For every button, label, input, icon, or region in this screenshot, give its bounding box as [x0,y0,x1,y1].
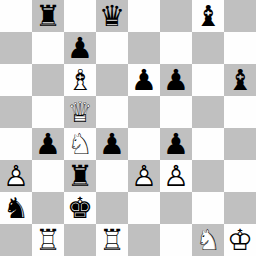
square-g8[interactable]: ♝ [192,0,224,32]
black-queen-d8: ♛ [96,0,128,32]
square-e4[interactable] [128,128,160,160]
piece-outline-glyph: ♖ [32,224,64,256]
square-e2[interactable] [128,192,160,224]
square-h3[interactable] [224,160,256,192]
black-pawn-f6: ♟ [160,64,192,96]
square-g5[interactable] [192,96,224,128]
square-f7[interactable] [160,32,192,64]
white-rook-b1: ♜♖ [32,224,64,256]
piece-outline-glyph: ♗ [64,64,96,96]
square-d8[interactable]: ♛ [96,0,128,32]
square-a8[interactable] [0,0,32,32]
square-e5[interactable] [128,96,160,128]
square-a7[interactable] [0,32,32,64]
square-f4[interactable]: ♟ [160,128,192,160]
square-a5[interactable] [0,96,32,128]
square-b5[interactable] [32,96,64,128]
square-h8[interactable] [224,0,256,32]
black-knight-a2: ♞ [0,192,32,224]
square-b3[interactable] [32,160,64,192]
white-knight-g1: ♞♘ [192,224,224,256]
square-g2[interactable] [192,192,224,224]
piece-outline-glyph: ♙ [160,160,192,192]
square-c3[interactable]: ♜ [64,160,96,192]
black-bishop-g8: ♝ [192,0,224,32]
square-b1[interactable]: ♜♖ [32,224,64,256]
square-d7[interactable] [96,32,128,64]
square-b2[interactable] [32,192,64,224]
piece-fill-glyph: ♞ [0,192,32,224]
white-queen-c5: ♛♕ [64,96,96,128]
black-king-c2: ♚ [64,192,96,224]
square-h4[interactable] [224,128,256,160]
piece-fill-glyph: ♛ [96,0,128,32]
piece-outline-glyph: ♔ [224,224,256,256]
square-d3[interactable] [96,160,128,192]
square-a6[interactable] [0,64,32,96]
square-h7[interactable] [224,32,256,64]
piece-fill-glyph: ♟ [96,128,128,160]
white-king-h1: ♚♔ [224,224,256,256]
square-e3[interactable]: ♟♙ [128,160,160,192]
square-a1[interactable] [0,224,32,256]
square-g6[interactable] [192,64,224,96]
square-c4[interactable]: ♞♘ [64,128,96,160]
black-pawn-c7: ♟ [64,32,96,64]
square-d5[interactable] [96,96,128,128]
square-h6[interactable]: ♝ [224,64,256,96]
square-g3[interactable] [192,160,224,192]
square-b6[interactable] [32,64,64,96]
piece-fill-glyph: ♟ [128,64,160,96]
square-h1[interactable]: ♚♔ [224,224,256,256]
square-c7[interactable]: ♟ [64,32,96,64]
square-h5[interactable] [224,96,256,128]
square-b7[interactable] [32,32,64,64]
square-g4[interactable] [192,128,224,160]
black-bishop-h6: ♝ [224,64,256,96]
square-f6[interactable]: ♟ [160,64,192,96]
square-d1[interactable]: ♜♖ [96,224,128,256]
square-c8[interactable] [64,0,96,32]
piece-outline-glyph: ♘ [192,224,224,256]
square-d6[interactable] [96,64,128,96]
square-e8[interactable] [128,0,160,32]
white-rook-d1: ♜♖ [96,224,128,256]
piece-outline-glyph: ♕ [64,96,96,128]
square-a3[interactable]: ♟♙ [0,160,32,192]
square-e7[interactable] [128,32,160,64]
square-c5[interactable]: ♛♕ [64,96,96,128]
square-a4[interactable] [0,128,32,160]
square-d2[interactable] [96,192,128,224]
piece-outline-glyph: ♙ [0,160,32,192]
black-pawn-f4: ♟ [160,128,192,160]
piece-outline-glyph: ♖ [96,224,128,256]
square-f3[interactable]: ♟♙ [160,160,192,192]
chess-board: ♜♛♝♟♝♗♟♟♝♛♕♟♞♘♟♟♟♙♜♟♙♟♙♞♚♜♖♜♖♞♘♚♔ [0,0,256,256]
square-d4[interactable]: ♟ [96,128,128,160]
square-h2[interactable] [224,192,256,224]
white-pawn-f3: ♟♙ [160,160,192,192]
square-f1[interactable] [160,224,192,256]
piece-fill-glyph: ♟ [160,128,192,160]
square-e6[interactable]: ♟ [128,64,160,96]
white-pawn-a3: ♟♙ [0,160,32,192]
piece-fill-glyph: ♜ [64,160,96,192]
piece-fill-glyph: ♚ [64,192,96,224]
square-f8[interactable] [160,0,192,32]
black-pawn-d4: ♟ [96,128,128,160]
piece-fill-glyph: ♟ [160,64,192,96]
square-c1[interactable] [64,224,96,256]
piece-fill-glyph: ♜ [32,0,64,32]
black-rook-c3: ♜ [64,160,96,192]
white-pawn-e3: ♟♙ [128,160,160,192]
square-g1[interactable]: ♞♘ [192,224,224,256]
piece-fill-glyph: ♝ [224,64,256,96]
square-g7[interactable] [192,32,224,64]
square-f2[interactable] [160,192,192,224]
square-c6[interactable]: ♝♗ [64,64,96,96]
piece-fill-glyph: ♟ [32,128,64,160]
square-b8[interactable]: ♜ [32,0,64,32]
white-knight-c4: ♞♘ [64,128,96,160]
square-a2[interactable]: ♞ [0,192,32,224]
square-e1[interactable] [128,224,160,256]
square-f5[interactable] [160,96,192,128]
square-c2[interactable]: ♚ [64,192,96,224]
black-rook-b8: ♜ [32,0,64,32]
piece-outline-glyph: ♙ [128,160,160,192]
white-bishop-c6: ♝♗ [64,64,96,96]
black-pawn-b4: ♟ [32,128,64,160]
black-pawn-e6: ♟ [128,64,160,96]
piece-fill-glyph: ♟ [64,32,96,64]
square-b4[interactable]: ♟ [32,128,64,160]
piece-outline-glyph: ♘ [64,128,96,160]
piece-fill-glyph: ♝ [192,0,224,32]
